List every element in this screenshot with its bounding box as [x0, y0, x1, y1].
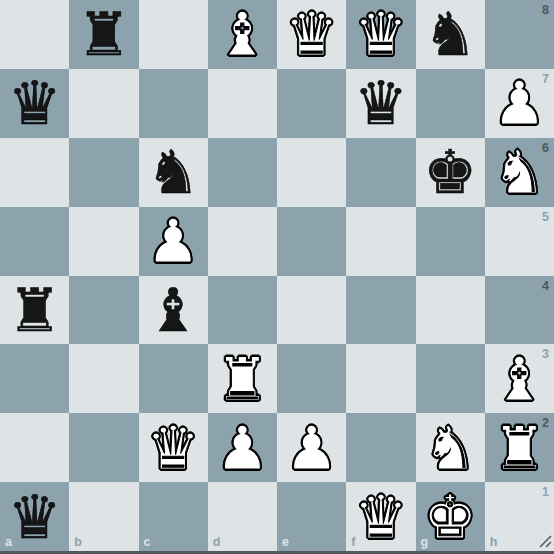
- file-label-b: b: [74, 536, 82, 549]
- square-c2[interactable]: ♛: [139, 413, 208, 482]
- square-e8[interactable]: ♛: [277, 0, 346, 69]
- piece-black-bishop[interactable]: ♝: [146, 280, 200, 340]
- square-f6[interactable]: [346, 138, 415, 207]
- square-f2[interactable]: [346, 413, 415, 482]
- piece-black-knight[interactable]: ♞: [146, 142, 200, 202]
- rank-label-8: 8: [542, 4, 549, 17]
- square-g5[interactable]: [416, 207, 485, 276]
- square-d8[interactable]: ♝: [208, 0, 277, 69]
- piece-white-rook[interactable]: ♜: [215, 349, 269, 409]
- square-h6[interactable]: ♞6: [485, 138, 554, 207]
- square-b7[interactable]: [69, 69, 138, 138]
- resize-handle-icon[interactable]: [537, 533, 552, 548]
- square-a3[interactable]: [0, 344, 69, 413]
- piece-black-rook[interactable]: ♜: [8, 280, 62, 340]
- square-g3[interactable]: [416, 344, 485, 413]
- square-g8[interactable]: ♞: [416, 0, 485, 69]
- square-d5[interactable]: [208, 207, 277, 276]
- square-a7[interactable]: ♛: [0, 69, 69, 138]
- square-f4[interactable]: [346, 276, 415, 345]
- square-b4[interactable]: [69, 276, 138, 345]
- square-d6[interactable]: [208, 138, 277, 207]
- file-label-d: d: [213, 536, 221, 549]
- piece-white-pawn[interactable]: ♟: [285, 418, 339, 478]
- piece-black-queen[interactable]: ♛: [354, 73, 408, 133]
- square-e5[interactable]: [277, 207, 346, 276]
- square-f8[interactable]: ♛: [346, 0, 415, 69]
- square-b8[interactable]: ♜: [69, 0, 138, 69]
- square-f3[interactable]: [346, 344, 415, 413]
- square-g7[interactable]: [416, 69, 485, 138]
- square-c7[interactable]: [139, 69, 208, 138]
- square-f7[interactable]: ♛: [346, 69, 415, 138]
- square-h4[interactable]: 4: [485, 276, 554, 345]
- square-h7[interactable]: ♟7: [485, 69, 554, 138]
- piece-white-pawn[interactable]: ♟: [215, 418, 269, 478]
- square-e1[interactable]: e: [277, 482, 346, 551]
- square-g2[interactable]: ♞: [416, 413, 485, 482]
- square-e7[interactable]: [277, 69, 346, 138]
- square-h5[interactable]: 5: [485, 207, 554, 276]
- piece-white-rook[interactable]: ♜: [492, 418, 546, 478]
- square-a1[interactable]: ♛a: [0, 482, 69, 551]
- piece-white-queen[interactable]: ♛: [146, 418, 200, 478]
- square-h8[interactable]: 8: [485, 0, 554, 69]
- square-g4[interactable]: [416, 276, 485, 345]
- piece-white-queen[interactable]: ♛: [285, 4, 339, 64]
- square-h2[interactable]: ♜2: [485, 413, 554, 482]
- piece-black-queen[interactable]: ♛: [8, 487, 62, 547]
- square-b5[interactable]: [69, 207, 138, 276]
- square-d4[interactable]: [208, 276, 277, 345]
- square-d2[interactable]: ♟: [208, 413, 277, 482]
- square-h1[interactable]: 1h: [485, 482, 554, 551]
- square-f5[interactable]: [346, 207, 415, 276]
- square-a5[interactable]: [0, 207, 69, 276]
- file-label-h: h: [490, 536, 498, 549]
- square-e6[interactable]: [277, 138, 346, 207]
- square-c5[interactable]: ♟: [139, 207, 208, 276]
- square-a2[interactable]: [0, 413, 69, 482]
- rank-label-1: 1: [542, 486, 549, 499]
- square-a8[interactable]: [0, 0, 69, 69]
- square-b1[interactable]: b: [69, 482, 138, 551]
- piece-white-bishop[interactable]: ♝: [215, 4, 269, 64]
- square-e3[interactable]: [277, 344, 346, 413]
- square-b6[interactable]: [69, 138, 138, 207]
- file-label-e: e: [282, 536, 289, 549]
- piece-white-bishop[interactable]: ♝: [492, 349, 546, 409]
- square-d7[interactable]: [208, 69, 277, 138]
- rank-label-5: 5: [542, 211, 549, 224]
- piece-white-pawn[interactable]: ♟: [492, 73, 546, 133]
- file-label-c: c: [144, 536, 151, 549]
- square-f1[interactable]: ♛f: [346, 482, 415, 551]
- piece-white-pawn[interactable]: ♟: [146, 211, 200, 271]
- square-a6[interactable]: [0, 138, 69, 207]
- square-e4[interactable]: [277, 276, 346, 345]
- piece-black-rook[interactable]: ♜: [77, 4, 131, 64]
- piece-white-queen[interactable]: ♛: [354, 4, 408, 64]
- piece-black-knight[interactable]: ♞: [423, 4, 477, 64]
- piece-white-knight[interactable]: ♞: [492, 142, 546, 202]
- square-b3[interactable]: [69, 344, 138, 413]
- square-h3[interactable]: ♝3: [485, 344, 554, 413]
- piece-black-queen[interactable]: ♛: [8, 73, 62, 133]
- square-c4[interactable]: ♝: [139, 276, 208, 345]
- piece-white-knight[interactable]: ♞: [423, 418, 477, 478]
- square-c6[interactable]: ♞: [139, 138, 208, 207]
- square-g6[interactable]: ♚: [416, 138, 485, 207]
- square-e2[interactable]: ♟: [277, 413, 346, 482]
- square-c1[interactable]: c: [139, 482, 208, 551]
- piece-white-king[interactable]: ♚: [423, 487, 477, 547]
- square-c8[interactable]: [139, 0, 208, 69]
- square-a4[interactable]: ♜: [0, 276, 69, 345]
- rank-label-4: 4: [542, 280, 549, 293]
- square-c3[interactable]: [139, 344, 208, 413]
- square-d1[interactable]: d: [208, 482, 277, 551]
- piece-white-queen[interactable]: ♛: [354, 487, 408, 547]
- square-d3[interactable]: ♜: [208, 344, 277, 413]
- square-g1[interactable]: ♚g: [416, 482, 485, 551]
- chess-board: ♜♝♛♛♞8♛♛♟7♞♚♞6♟5♜♝4♜♝3♛♟♟♞♜2♛abcde♛f♚g1h: [0, 0, 554, 551]
- square-b2[interactable]: [69, 413, 138, 482]
- piece-black-king[interactable]: ♚: [423, 142, 477, 202]
